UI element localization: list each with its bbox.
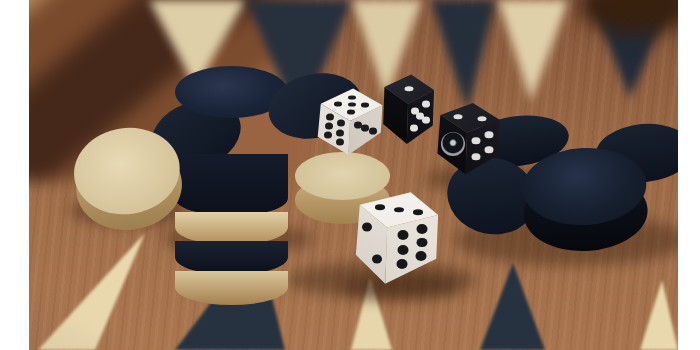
white-margin-left — [0, 0, 29, 350]
white-margin-right — [678, 0, 700, 350]
backgammon-photo — [0, 0, 700, 350]
backgammon-board-photo — [29, 0, 678, 350]
photo-vignette — [29, 0, 678, 350]
